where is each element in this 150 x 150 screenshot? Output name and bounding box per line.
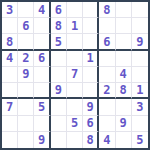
cell-r4c3[interactable]: 6 [34,51,50,67]
cell-r9c2[interactable] [18,132,34,148]
cell-r8c9[interactable] [132,116,148,132]
cell-r4c7[interactable] [99,51,115,67]
cell-r5c5[interactable]: 7 [67,67,83,83]
cell-r3c8[interactable] [116,34,132,50]
cell-r2c5[interactable]: 1 [67,18,83,34]
cell-r8c6[interactable]: 6 [83,116,99,132]
cell-r2c4[interactable]: 8 [51,18,67,34]
cell-r3c7[interactable]: 6 [99,34,115,50]
cell-r5c9[interactable] [132,67,148,83]
cell-r5c3[interactable] [34,67,50,83]
cell-r8c4[interactable] [51,116,67,132]
cell-r2c2[interactable]: 6 [18,18,34,34]
cell-r2c9[interactable] [132,18,148,34]
cell-r2c7[interactable] [99,18,115,34]
cell-r4c5[interactable] [67,51,83,67]
cell-r4c6[interactable]: 1 [83,51,99,67]
cell-r8c1[interactable] [2,116,18,132]
cell-r6c5[interactable] [67,83,83,99]
cell-r7c3[interactable]: 5 [34,99,50,115]
cell-r5c7[interactable] [99,67,115,83]
cell-r1c3[interactable]: 4 [34,2,50,18]
cell-r5c8[interactable]: 4 [116,67,132,83]
cell-r7c7[interactable] [99,99,115,115]
cell-r8c7[interactable] [99,116,115,132]
cell-r2c1[interactable] [2,18,18,34]
cell-r6c8[interactable]: 8 [116,83,132,99]
cell-r7c6[interactable]: 9 [83,99,99,115]
cell-r7c9[interactable]: 3 [132,99,148,115]
cell-r6c9[interactable]: 1 [132,83,148,99]
cell-r9c5[interactable] [67,132,83,148]
cell-r9c3[interactable]: 9 [34,132,50,148]
cell-r6c1[interactable] [2,83,18,99]
cell-r9c4[interactable] [51,132,67,148]
cell-r9c8[interactable] [116,132,132,148]
cell-r1c6[interactable] [83,2,99,18]
cell-r4c9[interactable] [132,51,148,67]
cell-r2c3[interactable] [34,18,50,34]
cell-r9c6[interactable]: 8 [83,132,99,148]
cell-r5c4[interactable] [51,67,67,83]
cell-r2c8[interactable] [116,18,132,34]
cell-r6c3[interactable] [34,83,50,99]
cell-r7c1[interactable]: 7 [2,99,18,115]
cell-r8c8[interactable]: 9 [116,116,132,132]
cell-r3c4[interactable]: 5 [51,34,67,50]
cell-r1c1[interactable]: 3 [2,2,18,18]
cell-r1c7[interactable]: 8 [99,2,115,18]
cell-r4c2[interactable]: 2 [18,51,34,67]
cell-r8c2[interactable] [18,116,34,132]
cell-r3c1[interactable]: 8 [2,34,18,50]
cell-r4c8[interactable] [116,51,132,67]
cell-r8c5[interactable]: 5 [67,116,83,132]
sudoku-board: 346868185694261974928175935699845 [0,0,150,150]
cell-r1c9[interactable] [132,2,148,18]
cell-r3c9[interactable]: 9 [132,34,148,50]
cell-r5c2[interactable]: 9 [18,67,34,83]
cell-r3c3[interactable] [34,34,50,50]
cell-r4c1[interactable]: 4 [2,51,18,67]
cell-r2c6[interactable] [83,18,99,34]
cell-r7c5[interactable] [67,99,83,115]
cell-r9c7[interactable]: 4 [99,132,115,148]
cell-r4c4[interactable] [51,51,67,67]
cell-r5c1[interactable] [2,67,18,83]
cell-r7c8[interactable] [116,99,132,115]
cell-r1c2[interactable] [18,2,34,18]
cell-r6c7[interactable]: 2 [99,83,115,99]
cell-r3c2[interactable] [18,34,34,50]
cell-r6c2[interactable] [18,83,34,99]
cell-r6c4[interactable]: 9 [51,83,67,99]
cell-r7c4[interactable] [51,99,67,115]
cell-r5c6[interactable] [83,67,99,83]
cell-r1c5[interactable] [67,2,83,18]
cell-r3c5[interactable] [67,34,83,50]
cell-r6c6[interactable] [83,83,99,99]
cell-r1c8[interactable] [116,2,132,18]
cell-r3c6[interactable] [83,34,99,50]
cell-r7c2[interactable] [18,99,34,115]
cell-r9c1[interactable] [2,132,18,148]
cell-r1c4[interactable]: 6 [51,2,67,18]
cell-r8c3[interactable] [34,116,50,132]
cell-r9c9[interactable]: 5 [132,132,148,148]
